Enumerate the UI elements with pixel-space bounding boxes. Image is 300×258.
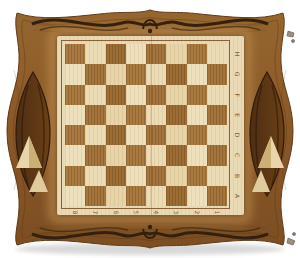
square-h3[interactable] xyxy=(166,44,186,64)
rank-label-2: 2 xyxy=(191,202,202,222)
file-label-c: C xyxy=(227,149,247,161)
square-f5[interactable] xyxy=(126,85,146,105)
square-h1[interactable] xyxy=(207,44,227,64)
square-b8[interactable] xyxy=(65,166,85,186)
metal-clasp-top-right xyxy=(287,31,295,43)
square-e7[interactable] xyxy=(85,105,105,125)
square-d2[interactable] xyxy=(187,125,207,145)
square-e3[interactable] xyxy=(166,105,186,125)
metal-clasp-bottom-right xyxy=(287,233,296,246)
square-d8[interactable] xyxy=(65,125,85,145)
square-b3[interactable] xyxy=(166,166,186,186)
square-h7[interactable] xyxy=(85,44,105,64)
square-g3[interactable] xyxy=(166,64,186,84)
square-d4[interactable] xyxy=(146,125,166,145)
rank-label-1: 1 xyxy=(211,202,222,222)
rank-label-8: 8 xyxy=(70,202,81,222)
square-e5[interactable] xyxy=(126,105,146,125)
square-g5[interactable] xyxy=(126,64,146,84)
square-e4[interactable] xyxy=(146,105,166,125)
rank-labels-bottom: 87654321 xyxy=(65,207,227,218)
square-f2[interactable] xyxy=(187,85,207,105)
square-h4[interactable] xyxy=(146,44,166,64)
square-d7[interactable] xyxy=(85,125,105,145)
square-c4[interactable] xyxy=(146,145,166,165)
rank-label-3: 3 xyxy=(171,202,182,222)
square-g1[interactable] xyxy=(207,64,227,84)
square-f6[interactable] xyxy=(106,85,126,105)
chess-panel: HGFEDCBA 87654321 xyxy=(57,36,244,215)
square-h6[interactable] xyxy=(106,44,126,64)
square-g2[interactable] xyxy=(187,64,207,84)
square-d1[interactable] xyxy=(207,125,227,145)
square-c6[interactable] xyxy=(106,145,126,165)
square-d6[interactable] xyxy=(106,125,126,145)
square-b4[interactable] xyxy=(146,166,166,186)
square-e6[interactable] xyxy=(106,105,126,125)
file-label-h: H xyxy=(227,48,247,60)
square-h2[interactable] xyxy=(187,44,207,64)
square-c3[interactable] xyxy=(166,145,186,165)
rank-label-6: 6 xyxy=(110,202,121,222)
square-f7[interactable] xyxy=(85,85,105,105)
square-c1[interactable] xyxy=(207,145,227,165)
chess-grid[interactable] xyxy=(65,44,227,206)
square-c2[interactable] xyxy=(187,145,207,165)
square-b5[interactable] xyxy=(126,166,146,186)
square-b7[interactable] xyxy=(85,166,105,186)
file-label-b: B xyxy=(227,170,247,182)
square-c8[interactable] xyxy=(65,145,85,165)
rank-label-7: 7 xyxy=(90,202,101,222)
square-f8[interactable] xyxy=(65,85,85,105)
square-f3[interactable] xyxy=(166,85,186,105)
file-label-f: F xyxy=(227,89,247,101)
square-d5[interactable] xyxy=(126,125,146,145)
square-g4[interactable] xyxy=(146,64,166,84)
rank-label-4: 4 xyxy=(151,202,162,222)
file-label-a: A xyxy=(227,190,247,202)
square-c5[interactable] xyxy=(126,145,146,165)
square-h5[interactable] xyxy=(126,44,146,64)
square-h8[interactable] xyxy=(65,44,85,64)
square-b6[interactable] xyxy=(106,166,126,186)
square-e8[interactable] xyxy=(65,105,85,125)
square-f4[interactable] xyxy=(146,85,166,105)
square-g7[interactable] xyxy=(85,64,105,84)
square-e2[interactable] xyxy=(187,105,207,125)
file-label-g: G xyxy=(227,68,247,80)
square-g8[interactable] xyxy=(65,64,85,84)
square-e1[interactable] xyxy=(207,105,227,125)
square-g6[interactable] xyxy=(106,64,126,84)
square-c7[interactable] xyxy=(85,145,105,165)
square-b2[interactable] xyxy=(187,166,207,186)
file-label-e: E xyxy=(227,109,247,121)
square-f1[interactable] xyxy=(207,85,227,105)
square-b1[interactable] xyxy=(207,166,227,186)
square-d3[interactable] xyxy=(166,125,186,145)
board-photo: HGFEDCBA 87654321 xyxy=(0,0,300,258)
file-label-d: D xyxy=(227,129,247,141)
rank-label-5: 5 xyxy=(130,202,141,222)
file-labels-right: HGFEDCBA xyxy=(231,44,243,206)
